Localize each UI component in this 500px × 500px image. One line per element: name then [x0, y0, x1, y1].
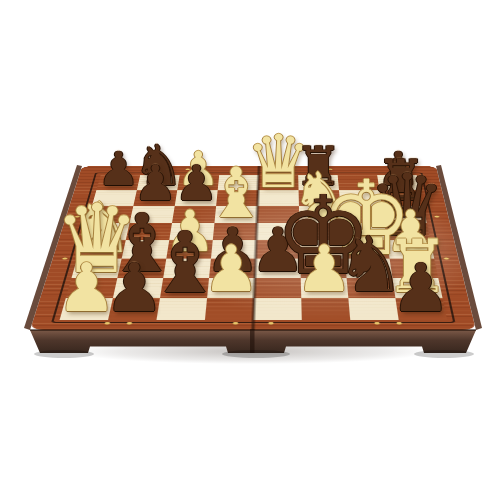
piece-dark-pawn-b1[interactable]: ♟ [104, 255, 164, 322]
piece-dark-pawn-h1[interactable]: ♟ [391, 255, 451, 322]
piece-yellow-pawn-d2[interactable]: ♟ [203, 237, 260, 301]
foot-shadow [222, 350, 290, 358]
foot-shadow [414, 350, 474, 358]
rim-hinge-slit [250, 329, 255, 353]
foot-shadow [34, 350, 94, 358]
chess-set-photo: ♟♞♟♛♜♟♟♟♜♝♞♛♞♟♚♟♛♝♟♟♚♝♟♟♞♜♟♟♟ [0, 0, 500, 500]
